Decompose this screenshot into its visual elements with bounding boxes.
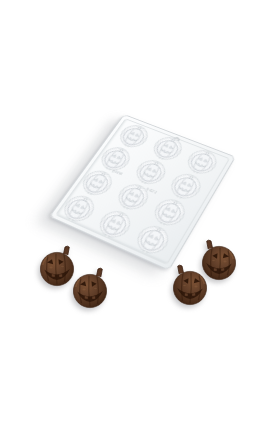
chocolate-pumpkin-icon — [168, 263, 212, 307]
photo-stage: BWB 9421 — [0, 0, 275, 448]
product-photo: { "scene": { "type": "product photograph… — [0, 0, 275, 448]
chocolate-pumpkin — [168, 263, 212, 307]
chocolate-pumpkin — [68, 266, 112, 310]
cavity-grid — [124, 115, 234, 157]
pumpkin-cavity-icon — [93, 206, 136, 242]
chocolate-pumpkin-icon — [68, 266, 112, 310]
mold-cavity — [93, 206, 136, 242]
